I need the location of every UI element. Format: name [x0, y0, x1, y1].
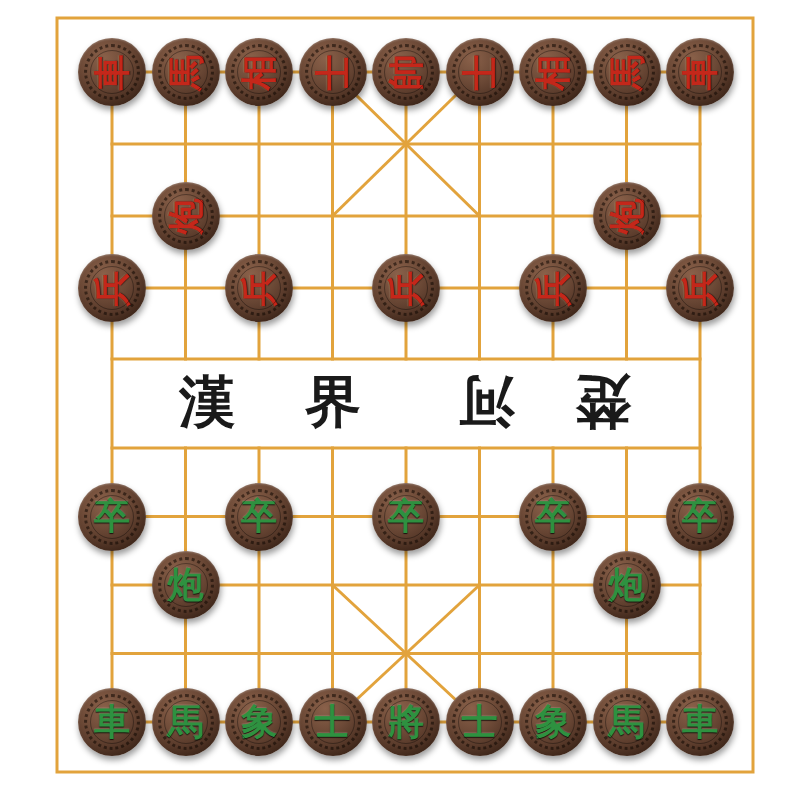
piece-glyph: 炮 — [168, 561, 204, 610]
piece-glyph: 卒 — [94, 492, 130, 541]
piece-green-general[interactable]: 將 — [372, 688, 440, 756]
piece-red-elephant[interactable]: 相 — [225, 38, 293, 106]
piece-glyph: 車 — [676, 54, 725, 90]
piece-glyph: 車 — [682, 698, 718, 747]
piece-green-soldier[interactable]: 卒 — [519, 483, 587, 551]
piece-green-elephant[interactable]: 象 — [519, 688, 587, 756]
piece-glyph: 馬 — [609, 698, 645, 747]
piece-green-horse[interactable]: 馬 — [593, 688, 661, 756]
piece-glyph: 士 — [315, 698, 351, 747]
piece-green-horse[interactable]: 馬 — [152, 688, 220, 756]
piece-red-soldier[interactable]: 兵 — [372, 254, 440, 322]
piece-red-advisor[interactable]: 士 — [299, 38, 367, 106]
piece-red-chariot[interactable]: 車 — [666, 38, 734, 106]
piece-red-soldier[interactable]: 兵 — [519, 254, 587, 322]
piece-glyph: 車 — [94, 698, 130, 747]
piece-green-soldier[interactable]: 卒 — [78, 483, 146, 551]
piece-glyph: 車 — [88, 54, 137, 90]
piece-glyph: 炮 — [602, 198, 651, 234]
piece-glyph: 卒 — [682, 492, 718, 541]
piece-green-elephant[interactable]: 象 — [225, 688, 293, 756]
piece-green-cannon[interactable]: 炮 — [152, 551, 220, 619]
piece-glyph: 象 — [535, 698, 571, 747]
piece-red-general[interactable]: 帥 — [372, 38, 440, 106]
piece-red-elephant[interactable]: 相 — [519, 38, 587, 106]
piece-green-chariot[interactable]: 車 — [78, 688, 146, 756]
piece-glyph: 士 — [308, 54, 357, 90]
xiangqi-board: 漢 界 河 楚 車馬相士帥士相馬車炮炮兵兵兵兵兵卒卒卒卒卒炮炮車馬象士將士象馬車 — [0, 0, 800, 800]
piece-glyph: 兵 — [676, 270, 725, 306]
piece-glyph: 帥 — [382, 54, 431, 90]
piece-red-cannon[interactable]: 炮 — [152, 182, 220, 250]
piece-red-horse[interactable]: 馬 — [593, 38, 661, 106]
piece-glyph: 馬 — [168, 698, 204, 747]
piece-glyph: 兵 — [235, 270, 284, 306]
piece-green-advisor[interactable]: 士 — [299, 688, 367, 756]
piece-red-advisor[interactable]: 士 — [446, 38, 514, 106]
piece-red-horse[interactable]: 馬 — [152, 38, 220, 106]
piece-glyph: 卒 — [535, 492, 571, 541]
piece-glyph: 象 — [241, 698, 277, 747]
piece-glyph: 炮 — [161, 198, 210, 234]
piece-green-soldier[interactable]: 卒 — [372, 483, 440, 551]
river-label-chu: 楚 — [566, 369, 640, 435]
piece-green-soldier[interactable]: 卒 — [666, 483, 734, 551]
piece-glyph: 兵 — [88, 270, 137, 306]
piece-glyph: 兵 — [382, 270, 431, 306]
piece-glyph: 卒 — [241, 492, 277, 541]
piece-red-soldier[interactable]: 兵 — [666, 254, 734, 322]
river-label-he: 河 — [450, 369, 524, 435]
piece-glyph: 卒 — [388, 492, 424, 541]
board-grid — [0, 0, 800, 800]
piece-green-advisor[interactable]: 士 — [446, 688, 514, 756]
piece-glyph: 相 — [529, 54, 578, 90]
piece-red-chariot[interactable]: 車 — [78, 38, 146, 106]
piece-red-soldier[interactable]: 兵 — [225, 254, 293, 322]
piece-green-soldier[interactable]: 卒 — [225, 483, 293, 551]
river-label-han: 漢 — [170, 369, 244, 435]
piece-glyph: 兵 — [529, 270, 578, 306]
piece-red-soldier[interactable]: 兵 — [78, 254, 146, 322]
piece-green-chariot[interactable]: 車 — [666, 688, 734, 756]
piece-green-cannon[interactable]: 炮 — [593, 551, 661, 619]
piece-red-cannon[interactable]: 炮 — [593, 182, 661, 250]
piece-glyph: 馬 — [602, 54, 651, 90]
piece-glyph: 馬 — [161, 54, 210, 90]
piece-glyph: 相 — [235, 54, 284, 90]
piece-glyph: 炮 — [609, 561, 645, 610]
piece-glyph: 士 — [455, 54, 504, 90]
river-label-jie: 界 — [296, 369, 370, 435]
piece-glyph: 將 — [388, 698, 424, 747]
piece-glyph: 士 — [462, 698, 498, 747]
